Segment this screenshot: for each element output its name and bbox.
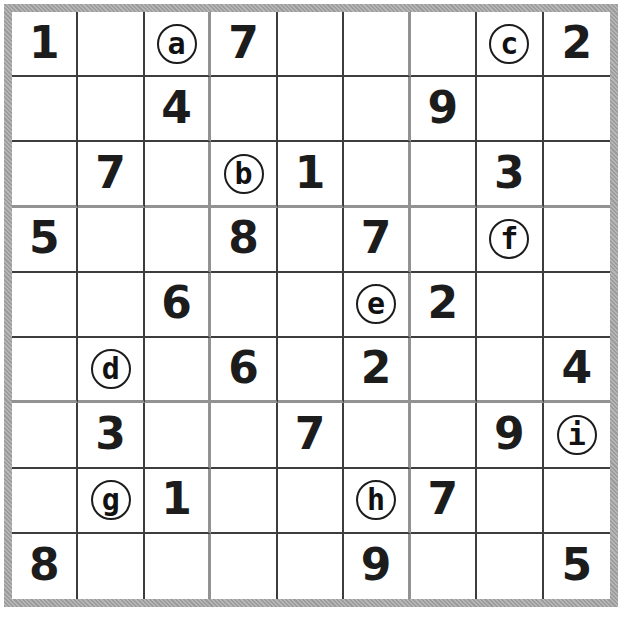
- cell-r6c8[interactable]: [477, 338, 543, 403]
- cell-r9c2[interactable]: [78, 534, 144, 599]
- cell-r5c7[interactable]: 2: [411, 273, 477, 338]
- cell-r3c2[interactable]: 7: [78, 142, 144, 207]
- cell-r3c9[interactable]: [544, 142, 610, 207]
- cell-r4c9[interactable]: [544, 208, 610, 273]
- cell-r6c5[interactable]: [278, 338, 344, 403]
- sudoku-page: 1a7c2497b13587f6e2d624379ig1h7895: [0, 0, 623, 617]
- cell-r5c8[interactable]: [477, 273, 543, 338]
- cell-r5c3[interactable]: 6: [145, 273, 211, 338]
- cell-r3c4[interactable]: b: [211, 142, 277, 207]
- cell-r9c1[interactable]: 8: [12, 534, 78, 599]
- given-digit: 7: [295, 412, 326, 456]
- given-digit: 9: [361, 543, 392, 587]
- cell-r1c8[interactable]: c: [477, 12, 543, 77]
- circled-letter-e: e: [356, 284, 396, 324]
- cell-r6c2[interactable]: d: [78, 338, 144, 403]
- given-digit: 6: [161, 281, 192, 325]
- cell-r3c8[interactable]: 3: [477, 142, 543, 207]
- cell-r1c4[interactable]: 7: [211, 12, 277, 77]
- given-digit: 4: [161, 86, 192, 130]
- cell-r4c6[interactable]: 7: [344, 208, 410, 273]
- cell-r3c7[interactable]: [411, 142, 477, 207]
- given-digit: 2: [561, 21, 592, 65]
- circled-letter-a: a: [157, 24, 197, 64]
- given-digit: 3: [494, 151, 525, 195]
- given-digit: 8: [228, 216, 259, 260]
- given-digit: 7: [361, 216, 392, 260]
- cell-r6c7[interactable]: [411, 338, 477, 403]
- cell-r9c8[interactable]: [477, 534, 543, 599]
- cell-r6c1[interactable]: [12, 338, 78, 403]
- cell-r2c5[interactable]: [278, 77, 344, 142]
- cell-r6c9[interactable]: 4: [544, 338, 610, 403]
- cell-r4c1[interactable]: 5: [12, 208, 78, 273]
- cell-r7c8[interactable]: 9: [477, 403, 543, 468]
- given-digit: 7: [95, 151, 126, 195]
- circled-letter-i: i: [557, 415, 597, 455]
- cell-r1c6[interactable]: [344, 12, 410, 77]
- cell-r7c1[interactable]: [12, 403, 78, 468]
- cell-r3c3[interactable]: [145, 142, 211, 207]
- given-digit: 8: [29, 543, 60, 587]
- given-digit: 6: [228, 346, 259, 390]
- cell-r2c8[interactable]: [477, 77, 543, 142]
- circled-letter-d: d: [91, 349, 131, 389]
- cell-r8c3[interactable]: 1: [145, 469, 211, 534]
- cell-r2c7[interactable]: 9: [411, 77, 477, 142]
- cell-r4c8[interactable]: f: [477, 208, 543, 273]
- cell-r4c2[interactable]: [78, 208, 144, 273]
- cell-r2c4[interactable]: [211, 77, 277, 142]
- cell-r7c7[interactable]: [411, 403, 477, 468]
- given-digit: 1: [295, 151, 326, 195]
- cell-r5c9[interactable]: [544, 273, 610, 338]
- cell-r3c1[interactable]: [12, 142, 78, 207]
- cell-r4c3[interactable]: [145, 208, 211, 273]
- cell-r6c3[interactable]: [145, 338, 211, 403]
- cell-r2c9[interactable]: [544, 77, 610, 142]
- cell-r9c4[interactable]: [211, 534, 277, 599]
- cell-r5c6[interactable]: e: [344, 273, 410, 338]
- circled-letter-c: c: [489, 24, 529, 64]
- cell-r7c6[interactable]: [344, 403, 410, 468]
- given-digit: 9: [428, 86, 459, 130]
- cell-r9c9[interactable]: 5: [544, 534, 610, 599]
- cell-r1c3[interactable]: a: [145, 12, 211, 77]
- cell-r7c2[interactable]: 3: [78, 403, 144, 468]
- cell-r3c6[interactable]: [344, 142, 410, 207]
- board-frame: 1a7c2497b13587f6e2d624379ig1h7895: [4, 4, 618, 607]
- circled-letter-g: g: [91, 480, 131, 520]
- cell-r7c9[interactable]: i: [544, 403, 610, 468]
- cell-r8c4[interactable]: [211, 469, 277, 534]
- cell-r2c2[interactable]: [78, 77, 144, 142]
- cell-r6c6[interactable]: 2: [344, 338, 410, 403]
- cell-r2c3[interactable]: 4: [145, 77, 211, 142]
- cell-r1c7[interactable]: [411, 12, 477, 77]
- given-digit: 1: [29, 21, 60, 65]
- cell-r5c2[interactable]: [78, 273, 144, 338]
- given-digit: 5: [561, 543, 592, 587]
- cell-r9c7[interactable]: [411, 534, 477, 599]
- cell-r7c5[interactable]: 7: [278, 403, 344, 468]
- given-digit: 7: [228, 21, 259, 65]
- cell-r1c2[interactable]: [78, 12, 144, 77]
- cell-r9c3[interactable]: [145, 534, 211, 599]
- cell-r5c5[interactable]: [278, 273, 344, 338]
- cell-r4c5[interactable]: [278, 208, 344, 273]
- cell-r1c9[interactable]: 2: [544, 12, 610, 77]
- cell-r8c1[interactable]: [12, 469, 78, 534]
- cell-r3c5[interactable]: 1: [278, 142, 344, 207]
- sudoku-grid: 1a7c2497b13587f6e2d624379ig1h7895: [12, 12, 610, 599]
- given-digit: 7: [428, 477, 459, 521]
- given-digit: 9: [494, 412, 525, 456]
- given-digit: 5: [29, 216, 60, 260]
- cell-r2c6[interactable]: [344, 77, 410, 142]
- cell-r9c6[interactable]: 9: [344, 534, 410, 599]
- circled-letter-b: b: [224, 154, 264, 194]
- cell-r7c3[interactable]: [145, 403, 211, 468]
- given-digit: 2: [428, 281, 459, 325]
- cell-r8c7[interactable]: 7: [411, 469, 477, 534]
- given-digit: 4: [561, 346, 592, 390]
- cell-r8c9[interactable]: [544, 469, 610, 534]
- cell-r8c6[interactable]: h: [344, 469, 410, 534]
- cell-r4c4[interactable]: 8: [211, 208, 277, 273]
- cell-r4c7[interactable]: [411, 208, 477, 273]
- cell-r5c4[interactable]: [211, 273, 277, 338]
- cell-r8c5[interactable]: [278, 469, 344, 534]
- cell-r8c8[interactable]: [477, 469, 543, 534]
- given-digit: 1: [161, 477, 192, 521]
- cell-r1c1[interactable]: 1: [12, 12, 78, 77]
- cell-r5c1[interactable]: [12, 273, 78, 338]
- cell-r1c5[interactable]: [278, 12, 344, 77]
- cell-r9c5[interactable]: [278, 534, 344, 599]
- cell-r8c2[interactable]: g: [78, 469, 144, 534]
- circled-letter-f: f: [489, 219, 529, 259]
- circled-letter-h: h: [356, 480, 396, 520]
- given-digit: 3: [95, 412, 126, 456]
- given-digit: 2: [361, 346, 392, 390]
- cell-r6c4[interactable]: 6: [211, 338, 277, 403]
- cell-r7c4[interactable]: [211, 403, 277, 468]
- cell-r2c1[interactable]: [12, 77, 78, 142]
